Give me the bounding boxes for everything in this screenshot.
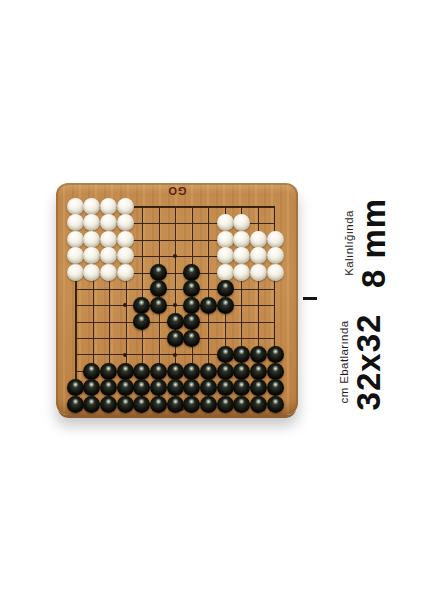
white-stone <box>217 247 234 264</box>
white-stone <box>83 231 100 248</box>
white-stone <box>217 214 234 231</box>
spec-thickness: Kalınlığında 8 mm <box>344 198 390 288</box>
white-stone <box>267 247 284 264</box>
thickness-value: 8 mm <box>357 198 390 288</box>
black-stone <box>150 280 167 297</box>
black-stone <box>200 297 217 314</box>
white-stone <box>100 198 117 215</box>
black-stone <box>83 396 100 413</box>
black-stone <box>217 396 234 413</box>
white-stone <box>100 247 117 264</box>
black-stone <box>133 297 150 314</box>
thickness-caption: Kalınlığında <box>344 210 356 276</box>
star-point <box>123 303 127 307</box>
white-stone <box>250 247 267 264</box>
black-stone <box>150 297 167 314</box>
black-stone <box>150 379 167 396</box>
black-stone <box>250 396 267 413</box>
black-stone <box>117 379 134 396</box>
spec-size: cm Ebatlarında 32x32 <box>339 314 385 411</box>
white-stone <box>217 264 234 281</box>
white-stone <box>100 231 117 248</box>
black-stone <box>250 346 267 363</box>
white-stone <box>83 198 100 215</box>
black-stone <box>100 396 117 413</box>
white-stone <box>67 198 84 215</box>
board-label-top: GO <box>56 185 298 197</box>
product-image: GO GO Kalınlığında 8 mm cm Ebatlarında 3… <box>0 0 424 600</box>
star-point <box>173 353 177 357</box>
white-stone <box>117 264 134 281</box>
white-stone <box>267 264 284 281</box>
white-stone <box>67 214 84 231</box>
black-stone <box>267 363 284 380</box>
black-stone <box>183 264 200 281</box>
white-stone <box>117 214 134 231</box>
black-stone <box>150 396 167 413</box>
white-stone <box>267 231 284 248</box>
size-value: 32x32 <box>352 314 385 411</box>
white-stone <box>217 231 234 248</box>
black-stone <box>167 379 184 396</box>
white-stone <box>83 264 100 281</box>
black-stone <box>100 363 117 380</box>
black-stone <box>200 396 217 413</box>
black-stone <box>183 330 200 347</box>
black-stone <box>217 379 234 396</box>
black-stone <box>167 313 184 330</box>
black-stone <box>267 396 284 413</box>
black-stone <box>133 396 150 413</box>
black-stone <box>183 396 200 413</box>
star-point <box>173 303 177 307</box>
size-caption: cm Ebatlarında <box>339 321 351 404</box>
black-stone <box>233 363 250 380</box>
black-stone <box>67 379 84 396</box>
white-stone <box>250 231 267 248</box>
white-stone <box>117 247 134 264</box>
white-stone <box>117 198 134 215</box>
black-stone <box>167 396 184 413</box>
black-stone <box>183 363 200 380</box>
black-stone <box>217 363 234 380</box>
white-stone <box>233 231 250 248</box>
black-stone <box>117 363 134 380</box>
white-stone <box>233 264 250 281</box>
black-stone <box>250 379 267 396</box>
black-stone <box>150 363 167 380</box>
go-board: GO GO <box>56 183 298 415</box>
white-stone <box>67 264 84 281</box>
white-stone <box>67 247 84 264</box>
black-stone <box>217 297 234 314</box>
black-stone <box>83 363 100 380</box>
black-stone <box>100 379 117 396</box>
black-stone <box>133 363 150 380</box>
white-stone <box>100 264 117 281</box>
spec-divider-line <box>303 297 317 300</box>
white-stone <box>100 214 117 231</box>
black-stone <box>167 330 184 347</box>
star-point <box>123 353 127 357</box>
black-stone <box>183 297 200 314</box>
black-stone <box>67 396 84 413</box>
black-stone <box>150 264 167 281</box>
black-stone <box>217 346 234 363</box>
black-stone <box>200 379 217 396</box>
black-stone <box>117 396 134 413</box>
black-stone <box>250 363 267 380</box>
black-stone <box>233 396 250 413</box>
black-stone <box>267 379 284 396</box>
white-stone <box>67 231 84 248</box>
white-stone <box>117 231 134 248</box>
black-stone <box>217 280 234 297</box>
black-stone <box>267 346 284 363</box>
star-point <box>173 254 177 258</box>
white-stone <box>250 264 267 281</box>
black-stone <box>167 363 184 380</box>
black-stone <box>200 363 217 380</box>
